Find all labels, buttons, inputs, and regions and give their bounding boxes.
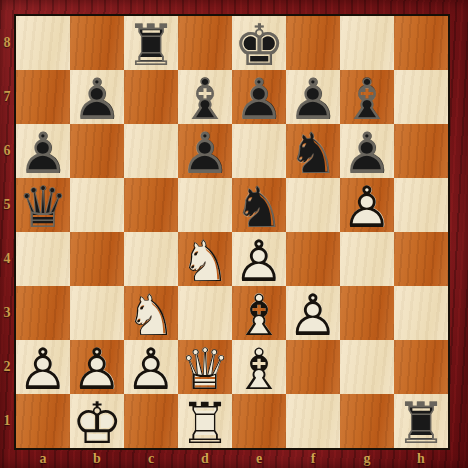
piece-white-pawn[interactable]: ♟♙ [70, 340, 124, 394]
square-a2[interactable]: ♟♙ [16, 340, 70, 394]
square-e2[interactable]: ♝♗ [232, 340, 286, 394]
piece-black-pawn[interactable]: ♟♙ [16, 124, 70, 178]
piece-white-knight[interactable]: ♞♘ [124, 286, 178, 340]
square-a6[interactable]: ♟♙ [16, 124, 70, 178]
square-e5[interactable]: ♞♘ [232, 178, 286, 232]
piece-black-pawn[interactable]: ♟♙ [70, 70, 124, 124]
square-d4[interactable]: ♞♘ [178, 232, 232, 286]
square-h7[interactable] [394, 70, 448, 124]
square-c6[interactable] [124, 124, 178, 178]
white-rook-outline-icon: ♖ [179, 395, 230, 452]
square-c5[interactable] [124, 178, 178, 232]
square-h8[interactable] [394, 16, 448, 70]
square-g5[interactable]: ♟♙ [340, 178, 394, 232]
square-g3[interactable] [340, 286, 394, 340]
white-pawn-outline-icon: ♙ [341, 179, 392, 236]
square-b7[interactable]: ♟♙ [70, 70, 124, 124]
square-h3[interactable] [394, 286, 448, 340]
rank-label-8: 8 [0, 16, 14, 70]
square-d6[interactable]: ♟♙ [178, 124, 232, 178]
file-label-a: a [16, 449, 70, 468]
file-label-c: c [124, 449, 178, 468]
black-rook-outline-icon: ♖ [395, 395, 446, 452]
rank-label-4: 4 [0, 232, 14, 286]
square-c1[interactable] [124, 394, 178, 448]
piece-black-rook[interactable]: ♜♖ [394, 394, 448, 448]
piece-white-knight[interactable]: ♞♘ [178, 232, 232, 286]
rank-label-5: 5 [0, 178, 14, 232]
square-f4[interactable] [286, 232, 340, 286]
piece-white-queen[interactable]: ♛♕ [178, 340, 232, 394]
rank-label-3: 3 [0, 286, 14, 340]
square-d5[interactable] [178, 178, 232, 232]
file-label-g: g [340, 449, 394, 468]
square-h1[interactable]: ♜♖ [394, 394, 448, 448]
square-f7[interactable]: ♟♙ [286, 70, 340, 124]
board-frame: ♜♖♚♔♟♙♝♗♟♙♟♙♝♗♟♙♟♙♞♘♟♙♛♕♞♘♟♙♞♘♟♙♞♘♝♗♟♙♟♙… [14, 14, 450, 450]
square-f2[interactable] [286, 340, 340, 394]
piece-black-knight[interactable]: ♞♘ [232, 178, 286, 232]
piece-white-king[interactable]: ♚♔ [70, 394, 124, 448]
square-g6[interactable]: ♟♙ [340, 124, 394, 178]
square-g8[interactable] [340, 16, 394, 70]
piece-black-pawn[interactable]: ♟♙ [232, 70, 286, 124]
square-b1[interactable]: ♚♔ [70, 394, 124, 448]
square-b4[interactable] [70, 232, 124, 286]
piece-black-pawn[interactable]: ♟♙ [178, 124, 232, 178]
square-e4[interactable]: ♟♙ [232, 232, 286, 286]
square-d7[interactable]: ♝♗ [178, 70, 232, 124]
piece-black-pawn[interactable]: ♟♙ [340, 124, 394, 178]
white-pawn-outline-icon: ♙ [287, 287, 338, 344]
square-d1[interactable]: ♜♖ [178, 394, 232, 448]
square-c8[interactable]: ♜♖ [124, 16, 178, 70]
piece-white-bishop[interactable]: ♝♗ [232, 340, 286, 394]
board-grid: ♜♖♚♔♟♙♝♗♟♙♟♙♝♗♟♙♟♙♞♘♟♙♛♕♞♘♟♙♞♘♟♙♞♘♝♗♟♙♟♙… [16, 16, 448, 448]
square-b8[interactable] [70, 16, 124, 70]
square-a3[interactable] [16, 286, 70, 340]
white-pawn-outline-icon: ♙ [17, 341, 68, 398]
black-queen-outline-icon: ♕ [17, 179, 68, 236]
piece-white-pawn[interactable]: ♟♙ [286, 286, 340, 340]
square-e6[interactable] [232, 124, 286, 178]
piece-black-pawn[interactable]: ♟♙ [286, 70, 340, 124]
square-f8[interactable] [286, 16, 340, 70]
black-pawn-outline-icon: ♙ [179, 125, 230, 182]
square-e7[interactable]: ♟♙ [232, 70, 286, 124]
square-e8[interactable]: ♚♔ [232, 16, 286, 70]
black-knight-outline-icon: ♘ [287, 125, 338, 182]
square-e3[interactable]: ♝♗ [232, 286, 286, 340]
chess-diagram: 87654321 abcdefgh ♜♖♚♔♟♙♝♗♟♙♟♙♝♗♟♙♟♙♞♘♟♙… [0, 0, 468, 468]
square-b6[interactable] [70, 124, 124, 178]
square-a7[interactable] [16, 70, 70, 124]
square-a8[interactable] [16, 16, 70, 70]
black-pawn-outline-icon: ♙ [233, 71, 284, 128]
piece-white-pawn[interactable]: ♟♙ [16, 340, 70, 394]
piece-white-pawn[interactable]: ♟♙ [232, 232, 286, 286]
white-king-outline-icon: ♔ [71, 395, 122, 452]
square-f3[interactable]: ♟♙ [286, 286, 340, 340]
square-d8[interactable] [178, 16, 232, 70]
square-b2[interactable]: ♟♙ [70, 340, 124, 394]
square-c7[interactable] [124, 70, 178, 124]
square-f5[interactable] [286, 178, 340, 232]
square-c4[interactable] [124, 232, 178, 286]
rank-label-6: 6 [0, 124, 14, 178]
file-label-f: f [286, 449, 340, 468]
rank-label-7: 7 [0, 70, 14, 124]
square-f6[interactable]: ♞♘ [286, 124, 340, 178]
rank-label-2: 2 [0, 340, 14, 394]
square-h6[interactable] [394, 124, 448, 178]
white-bishop-outline-icon: ♗ [233, 341, 284, 398]
square-a5[interactable]: ♛♕ [16, 178, 70, 232]
piece-white-rook[interactable]: ♜♖ [178, 394, 232, 448]
square-h5[interactable] [394, 178, 448, 232]
black-pawn-outline-icon: ♙ [71, 71, 122, 128]
square-a1[interactable] [16, 394, 70, 448]
square-e1[interactable] [232, 394, 286, 448]
square-g1[interactable] [340, 394, 394, 448]
white-pawn-outline-icon: ♙ [125, 341, 176, 398]
square-d3[interactable] [178, 286, 232, 340]
square-d2[interactable]: ♛♕ [178, 340, 232, 394]
piece-black-king[interactable]: ♚♔ [232, 16, 286, 70]
square-c2[interactable]: ♟♙ [124, 340, 178, 394]
square-g2[interactable] [340, 340, 394, 394]
piece-black-bishop[interactable]: ♝♗ [340, 70, 394, 124]
piece-black-knight[interactable]: ♞♘ [286, 124, 340, 178]
piece-white-bishop[interactable]: ♝♗ [232, 286, 286, 340]
square-h2[interactable] [394, 340, 448, 394]
piece-white-pawn[interactable]: ♟♙ [340, 178, 394, 232]
square-b3[interactable] [70, 286, 124, 340]
piece-black-rook[interactable]: ♜♖ [124, 16, 178, 70]
file-label-e: e [232, 449, 286, 468]
square-g7[interactable]: ♝♗ [340, 70, 394, 124]
square-b5[interactable] [70, 178, 124, 232]
square-h4[interactable] [394, 232, 448, 286]
square-a4[interactable] [16, 232, 70, 286]
piece-black-queen[interactable]: ♛♕ [16, 178, 70, 232]
piece-black-bishop[interactable]: ♝♗ [178, 70, 232, 124]
square-c3[interactable]: ♞♘ [124, 286, 178, 340]
square-f1[interactable] [286, 394, 340, 448]
piece-white-pawn[interactable]: ♟♙ [124, 340, 178, 394]
white-knight-outline-icon: ♘ [179, 233, 230, 290]
square-g4[interactable] [340, 232, 394, 286]
rank-label-1: 1 [0, 394, 14, 448]
black-rook-outline-icon: ♖ [125, 17, 176, 74]
